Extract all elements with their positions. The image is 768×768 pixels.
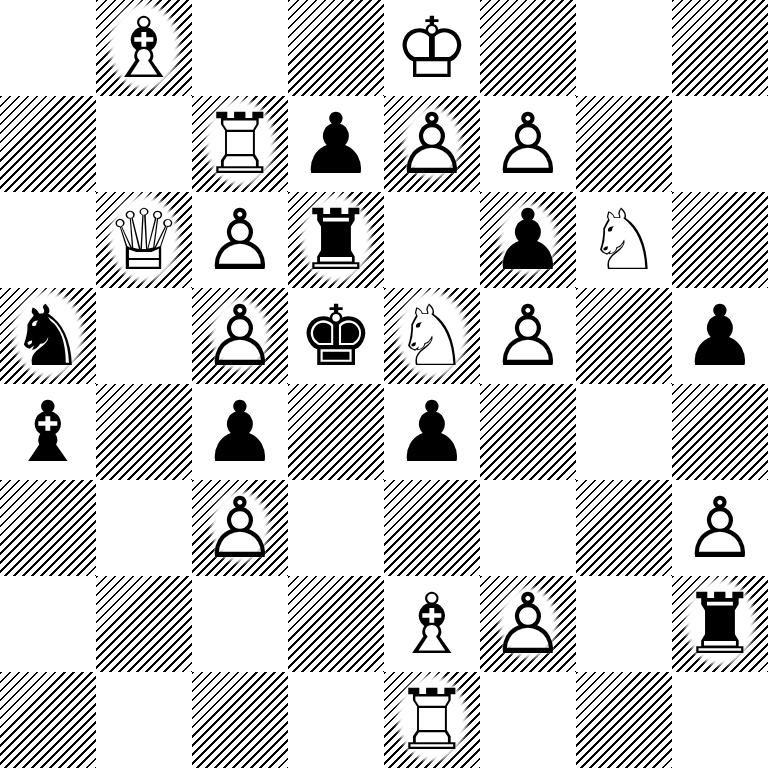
piece-black-rook[interactable]: ♜ bbox=[298, 192, 373, 288]
piece-white-pawn[interactable]: ♙ bbox=[394, 96, 469, 192]
piece-white-pawn[interactable]: ♙ bbox=[202, 480, 277, 576]
square-h3[interactable]: ♙ bbox=[672, 480, 768, 576]
square-b3[interactable] bbox=[96, 480, 192, 576]
piece-black-bishop[interactable]: ♝ bbox=[10, 384, 85, 480]
square-h1[interactable] bbox=[672, 672, 768, 768]
square-h8[interactable] bbox=[672, 0, 768, 96]
square-b2[interactable] bbox=[96, 576, 192, 672]
piece-black-pawn[interactable]: ♟ bbox=[202, 384, 277, 480]
square-f4[interactable] bbox=[480, 384, 576, 480]
square-d8[interactable] bbox=[288, 0, 384, 96]
square-b7[interactable] bbox=[96, 96, 192, 192]
piece-black-king[interactable]: ♚ bbox=[298, 288, 373, 384]
square-a5[interactable]: ♞ bbox=[0, 288, 96, 384]
square-g3[interactable] bbox=[576, 480, 672, 576]
square-e3[interactable] bbox=[384, 480, 480, 576]
piece-white-bishop[interactable]: ♗ bbox=[106, 0, 181, 96]
square-c6[interactable]: ♙ bbox=[192, 192, 288, 288]
square-f8[interactable] bbox=[480, 0, 576, 96]
square-h7[interactable] bbox=[672, 96, 768, 192]
square-g8[interactable] bbox=[576, 0, 672, 96]
square-e2[interactable]: ♗ bbox=[384, 576, 480, 672]
square-h4[interactable] bbox=[672, 384, 768, 480]
square-e8[interactable]: ♔ bbox=[384, 0, 480, 96]
square-d7[interactable]: ♟ bbox=[288, 96, 384, 192]
square-e4[interactable]: ♟ bbox=[384, 384, 480, 480]
piece-white-king[interactable]: ♔ bbox=[394, 0, 469, 96]
square-a2[interactable] bbox=[0, 576, 96, 672]
piece-white-rook[interactable]: ♖ bbox=[394, 672, 469, 768]
piece-white-rook[interactable]: ♖ bbox=[202, 96, 277, 192]
square-f3[interactable] bbox=[480, 480, 576, 576]
square-d1[interactable] bbox=[288, 672, 384, 768]
square-a8[interactable] bbox=[0, 0, 96, 96]
square-b5[interactable] bbox=[96, 288, 192, 384]
piece-white-bishop[interactable]: ♗ bbox=[394, 576, 469, 672]
square-b6[interactable]: ♕ bbox=[96, 192, 192, 288]
square-a1[interactable] bbox=[0, 672, 96, 768]
square-h2[interactable]: ♜ bbox=[672, 576, 768, 672]
chess-board: ♗♔♖♟♙♙♕♙♜♟♘♞♙♚♘♙♟♝♟♟♙♙♗♙♜♖ bbox=[0, 0, 768, 768]
square-a3[interactable] bbox=[0, 480, 96, 576]
piece-white-pawn[interactable]: ♙ bbox=[490, 576, 565, 672]
square-c2[interactable] bbox=[192, 576, 288, 672]
piece-white-pawn[interactable]: ♙ bbox=[202, 288, 277, 384]
square-d3[interactable] bbox=[288, 480, 384, 576]
piece-black-pawn[interactable]: ♟ bbox=[682, 288, 757, 384]
square-g6[interactable]: ♘ bbox=[576, 192, 672, 288]
square-c1[interactable] bbox=[192, 672, 288, 768]
square-f1[interactable] bbox=[480, 672, 576, 768]
piece-black-rook[interactable]: ♜ bbox=[682, 576, 757, 672]
square-d2[interactable] bbox=[288, 576, 384, 672]
piece-white-pawn[interactable]: ♙ bbox=[682, 480, 757, 576]
square-c7[interactable]: ♖ bbox=[192, 96, 288, 192]
square-d5[interactable]: ♚ bbox=[288, 288, 384, 384]
square-c4[interactable]: ♟ bbox=[192, 384, 288, 480]
square-e1[interactable]: ♖ bbox=[384, 672, 480, 768]
piece-black-pawn[interactable]: ♟ bbox=[394, 384, 469, 480]
square-b1[interactable] bbox=[96, 672, 192, 768]
square-g5[interactable] bbox=[576, 288, 672, 384]
piece-black-pawn[interactable]: ♟ bbox=[490, 192, 565, 288]
square-c3[interactable]: ♙ bbox=[192, 480, 288, 576]
square-d4[interactable] bbox=[288, 384, 384, 480]
piece-white-pawn[interactable]: ♙ bbox=[490, 288, 565, 384]
piece-white-knight[interactable]: ♘ bbox=[394, 288, 469, 384]
piece-white-queen[interactable]: ♕ bbox=[106, 192, 181, 288]
square-b4[interactable] bbox=[96, 384, 192, 480]
square-e5[interactable]: ♘ bbox=[384, 288, 480, 384]
square-d6[interactable]: ♜ bbox=[288, 192, 384, 288]
square-f6[interactable]: ♟ bbox=[480, 192, 576, 288]
square-c8[interactable] bbox=[192, 0, 288, 96]
square-g1[interactable] bbox=[576, 672, 672, 768]
square-g4[interactable] bbox=[576, 384, 672, 480]
piece-black-knight[interactable]: ♞ bbox=[10, 288, 85, 384]
square-f2[interactable]: ♙ bbox=[480, 576, 576, 672]
square-f5[interactable]: ♙ bbox=[480, 288, 576, 384]
square-a7[interactable] bbox=[0, 96, 96, 192]
square-a4[interactable]: ♝ bbox=[0, 384, 96, 480]
square-a6[interactable] bbox=[0, 192, 96, 288]
square-g2[interactable] bbox=[576, 576, 672, 672]
square-f7[interactable]: ♙ bbox=[480, 96, 576, 192]
piece-white-pawn[interactable]: ♙ bbox=[490, 96, 565, 192]
square-c5[interactable]: ♙ bbox=[192, 288, 288, 384]
piece-white-knight[interactable]: ♘ bbox=[586, 192, 661, 288]
square-h5[interactable]: ♟ bbox=[672, 288, 768, 384]
piece-white-pawn[interactable]: ♙ bbox=[202, 192, 277, 288]
piece-black-pawn[interactable]: ♟ bbox=[298, 96, 373, 192]
square-e7[interactable]: ♙ bbox=[384, 96, 480, 192]
square-b8[interactable]: ♗ bbox=[96, 0, 192, 96]
square-g7[interactable] bbox=[576, 96, 672, 192]
square-e6[interactable] bbox=[384, 192, 480, 288]
square-h6[interactable] bbox=[672, 192, 768, 288]
